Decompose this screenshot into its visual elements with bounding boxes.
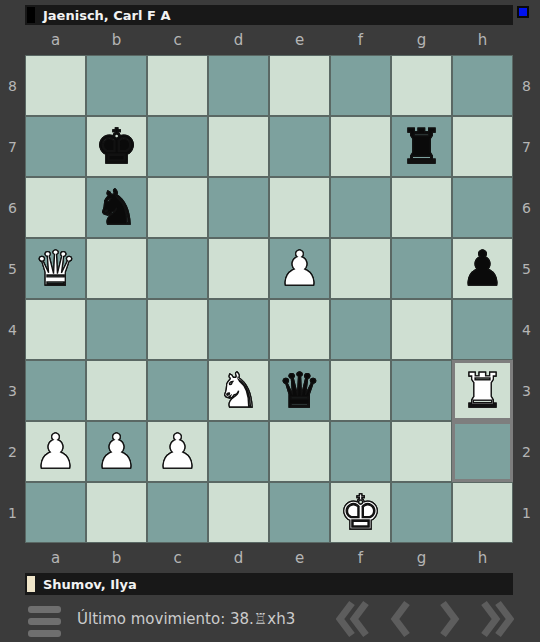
piece-white-king[interactable]: ♚ <box>330 482 391 543</box>
file-label-c: c <box>147 549 208 567</box>
rank-label-4: 4 <box>0 299 25 360</box>
square-c6[interactable] <box>147 177 208 238</box>
piece-black-pawn[interactable]: ♟ <box>452 238 513 299</box>
file-label-e: e <box>269 31 330 49</box>
square-a4[interactable] <box>25 299 86 360</box>
chess-app: Jaenisch, Carl F A abcdefgh 87654321 ♚♜♞… <box>0 0 540 642</box>
piece-black-king[interactable]: ♚ <box>86 116 147 177</box>
square-f6[interactable] <box>330 177 391 238</box>
square-c5[interactable] <box>147 238 208 299</box>
square-a3[interactable] <box>25 360 86 421</box>
square-f4[interactable] <box>330 299 391 360</box>
rank-label-3: 3 <box>513 360 540 421</box>
square-g8[interactable] <box>391 55 452 116</box>
piece-white-pawn[interactable]: ♟ <box>269 238 330 299</box>
rank-label-1: 1 <box>0 482 25 543</box>
player-bar-bottom: Shumov, Ilya <box>25 573 513 595</box>
square-e7[interactable] <box>269 116 330 177</box>
square-f7[interactable] <box>330 116 391 177</box>
rank-label-8: 8 <box>513 55 540 116</box>
player-bar-top: Jaenisch, Carl F A <box>25 5 513 25</box>
rank-label-3: 3 <box>0 360 25 421</box>
square-d8[interactable] <box>208 55 269 116</box>
square-a8[interactable] <box>25 55 86 116</box>
square-b5[interactable] <box>86 238 147 299</box>
square-d4[interactable] <box>208 299 269 360</box>
rank-label-7: 7 <box>0 116 25 177</box>
file-label-e: e <box>269 549 330 567</box>
rank-label-6: 6 <box>513 177 540 238</box>
chess-board: ♚♜♞♛♟♟♞♛♜♟♟♟♚ <box>25 55 513 543</box>
rank-label-5: 5 <box>0 238 25 299</box>
square-g4[interactable] <box>391 299 452 360</box>
square-d6[interactable] <box>208 177 269 238</box>
file-label-d: d <box>208 31 269 49</box>
file-label-f: f <box>330 31 391 49</box>
menu-icon <box>28 606 61 613</box>
black-player-color-chip <box>27 7 35 23</box>
double-chevron-left-icon <box>336 599 370 639</box>
file-label-g: g <box>391 31 452 49</box>
square-e1[interactable] <box>269 482 330 543</box>
square-e4[interactable] <box>269 299 330 360</box>
last-move-text: Último movimiento: 38.♖xh3 <box>77 610 295 628</box>
square-b8[interactable] <box>86 55 147 116</box>
piece-black-queen[interactable]: ♛ <box>269 360 330 421</box>
square-h3[interactable]: ♜ <box>452 360 513 421</box>
rank-label-4: 4 <box>513 299 540 360</box>
square-h4[interactable] <box>452 299 513 360</box>
square-a5[interactable]: ♛ <box>25 238 86 299</box>
bottom-toolbar: Último movimiento: 38.♖xh3 <box>0 595 540 642</box>
square-b4[interactable] <box>86 299 147 360</box>
nav-first-button[interactable] <box>336 599 370 639</box>
file-label-a: a <box>25 31 86 49</box>
square-d1[interactable] <box>208 482 269 543</box>
nav-last-button[interactable] <box>480 599 514 639</box>
file-label-b: b <box>86 31 147 49</box>
nav-next-button[interactable] <box>432 599 466 639</box>
rank-label-5: 5 <box>513 238 540 299</box>
square-g2[interactable] <box>391 421 452 482</box>
piece-white-pawn[interactable]: ♟ <box>147 421 208 482</box>
rank-label-2: 2 <box>513 421 540 482</box>
file-label-b: b <box>86 549 147 567</box>
move-navigation <box>336 599 514 639</box>
double-chevron-right-icon <box>480 599 514 639</box>
square-c4[interactable] <box>147 299 208 360</box>
square-a6[interactable] <box>25 177 86 238</box>
square-d5[interactable] <box>208 238 269 299</box>
square-b1[interactable] <box>86 482 147 543</box>
square-e8[interactable] <box>269 55 330 116</box>
square-f2[interactable] <box>330 421 391 482</box>
square-d3[interactable]: ♞ <box>208 360 269 421</box>
rank-label-8: 8 <box>0 55 25 116</box>
piece-black-knight[interactable]: ♞ <box>86 177 147 238</box>
square-f1[interactable]: ♚ <box>330 482 391 543</box>
piece-white-pawn[interactable]: ♟ <box>25 421 86 482</box>
file-label-d: d <box>208 549 269 567</box>
white-player-color-chip <box>27 576 35 592</box>
piece-white-knight[interactable]: ♞ <box>208 360 269 421</box>
rank-labels-right: 87654321 <box>513 55 540 543</box>
file-label-c: c <box>147 31 208 49</box>
square-a7[interactable] <box>25 116 86 177</box>
square-f3[interactable] <box>330 360 391 421</box>
square-h6[interactable] <box>452 177 513 238</box>
rank-label-2: 2 <box>0 421 25 482</box>
square-d7[interactable] <box>208 116 269 177</box>
square-h5[interactable]: ♟ <box>452 238 513 299</box>
square-e2[interactable] <box>269 421 330 482</box>
player-name-bottom: Shumov, Ilya <box>43 577 137 592</box>
file-label-g: g <box>391 549 452 567</box>
square-e5[interactable]: ♟ <box>269 238 330 299</box>
square-g3[interactable] <box>391 360 452 421</box>
square-c3[interactable] <box>147 360 208 421</box>
square-e6[interactable] <box>269 177 330 238</box>
file-label-h: h <box>452 31 513 49</box>
square-f5[interactable] <box>330 238 391 299</box>
piece-white-queen[interactable]: ♛ <box>25 238 86 299</box>
square-b2[interactable]: ♟ <box>86 421 147 482</box>
rank-label-1: 1 <box>513 482 540 543</box>
square-c8[interactable] <box>147 55 208 116</box>
square-c7[interactable] <box>147 116 208 177</box>
square-a2[interactable]: ♟ <box>25 421 86 482</box>
file-label-f: f <box>330 549 391 567</box>
square-a1[interactable] <box>25 482 86 543</box>
piece-black-rook[interactable]: ♜ <box>391 116 452 177</box>
square-c1[interactable] <box>147 482 208 543</box>
rank-label-6: 6 <box>0 177 25 238</box>
menu-button[interactable] <box>28 606 61 637</box>
piece-white-rook[interactable]: ♜ <box>452 360 513 421</box>
square-g1[interactable] <box>391 482 452 543</box>
square-g6[interactable] <box>391 177 452 238</box>
square-h2[interactable] <box>452 421 513 482</box>
square-f8[interactable] <box>330 55 391 116</box>
file-label-h: h <box>452 549 513 567</box>
square-c2[interactable]: ♟ <box>147 421 208 482</box>
rank-labels-left: 87654321 <box>0 55 25 543</box>
square-h7[interactable] <box>452 116 513 177</box>
player-name-top: Jaenisch, Carl F A <box>43 8 170 23</box>
square-h8[interactable] <box>452 55 513 116</box>
file-labels-top: abcdefgh <box>25 25 513 55</box>
square-h1[interactable] <box>452 482 513 543</box>
square-b7[interactable]: ♚ <box>86 116 147 177</box>
file-labels-bottom: abcdefgh <box>25 543 513 573</box>
square-g7[interactable]: ♜ <box>391 116 452 177</box>
rank-label-7: 7 <box>513 116 540 177</box>
blue-square-indicator <box>517 6 529 18</box>
file-label-a: a <box>25 549 86 567</box>
chevron-right-icon <box>437 599 461 639</box>
piece-white-pawn[interactable]: ♟ <box>86 421 147 482</box>
chevron-left-icon <box>389 599 413 639</box>
nav-previous-button[interactable] <box>384 599 418 639</box>
board-band: 87654321 ♚♜♞♛♟♟♞♛♜♟♟♟♚ 87654321 <box>0 55 540 543</box>
square-b6[interactable]: ♞ <box>86 177 147 238</box>
square-d2[interactable] <box>208 421 269 482</box>
square-e3[interactable]: ♛ <box>269 360 330 421</box>
square-b3[interactable] <box>86 360 147 421</box>
square-g5[interactable] <box>391 238 452 299</box>
